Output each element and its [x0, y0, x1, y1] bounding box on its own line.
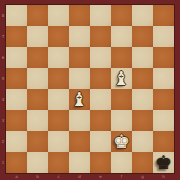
square-a7[interactable]	[6, 26, 27, 47]
square-e3[interactable]	[90, 110, 111, 131]
square-f4[interactable]	[111, 89, 132, 110]
square-b8[interactable]	[27, 5, 48, 26]
square-h1[interactable]: ♚	[153, 152, 174, 173]
square-f7[interactable]	[111, 26, 132, 47]
square-a4[interactable]	[6, 89, 27, 110]
square-d4[interactable]: ♝	[69, 89, 90, 110]
square-a2[interactable]	[6, 131, 27, 152]
chess-board: ♝♝♚♚	[6, 5, 174, 173]
square-h7[interactable]	[153, 26, 174, 47]
piece-white-bishop-d4[interactable]: ♝	[71, 89, 88, 110]
square-g5[interactable]	[132, 68, 153, 89]
square-g7[interactable]	[132, 26, 153, 47]
square-g8[interactable]	[132, 5, 153, 26]
square-h2[interactable]	[153, 131, 174, 152]
square-a1[interactable]	[6, 152, 27, 173]
square-b3[interactable]	[27, 110, 48, 131]
square-e6[interactable]	[90, 47, 111, 68]
piece-white-king-f2[interactable]: ♚	[113, 131, 130, 152]
square-g1[interactable]	[132, 152, 153, 173]
square-c1[interactable]	[48, 152, 69, 173]
square-d1[interactable]	[69, 152, 90, 173]
square-h5[interactable]	[153, 68, 174, 89]
square-d7[interactable]	[69, 26, 90, 47]
square-h4[interactable]	[153, 89, 174, 110]
file-label-g: g	[132, 173, 153, 180]
square-b4[interactable]	[27, 89, 48, 110]
square-b2[interactable]	[27, 131, 48, 152]
square-g4[interactable]	[132, 89, 153, 110]
square-a8[interactable]	[6, 5, 27, 26]
square-h3[interactable]	[153, 110, 174, 131]
square-c6[interactable]	[48, 47, 69, 68]
square-g6[interactable]	[132, 47, 153, 68]
square-f3[interactable]	[111, 110, 132, 131]
square-g2[interactable]	[132, 131, 153, 152]
square-d8[interactable]	[69, 5, 90, 26]
file-label-d: d	[69, 173, 90, 180]
square-a3[interactable]	[6, 110, 27, 131]
square-f5[interactable]: ♝	[111, 68, 132, 89]
square-f1[interactable]	[111, 152, 132, 173]
square-e7[interactable]	[90, 26, 111, 47]
square-h6[interactable]	[153, 47, 174, 68]
file-label-h: h	[153, 173, 174, 180]
file-label-a: a	[6, 173, 27, 180]
square-e1[interactable]	[90, 152, 111, 173]
chess-board-frame: 87654321 abcdefgh ♝♝♚♚	[0, 0, 180, 180]
square-f2[interactable]: ♚	[111, 131, 132, 152]
file-label-b: b	[27, 173, 48, 180]
square-h8[interactable]	[153, 5, 174, 26]
square-a6[interactable]	[6, 47, 27, 68]
square-g3[interactable]	[132, 110, 153, 131]
square-d6[interactable]	[69, 47, 90, 68]
square-c8[interactable]	[48, 5, 69, 26]
square-e8[interactable]	[90, 5, 111, 26]
square-e4[interactable]	[90, 89, 111, 110]
square-b1[interactable]	[27, 152, 48, 173]
piece-black-king-h1[interactable]: ♚	[155, 152, 172, 173]
file-label-f: f	[111, 173, 132, 180]
square-e2[interactable]	[90, 131, 111, 152]
square-b6[interactable]	[27, 47, 48, 68]
square-c3[interactable]	[48, 110, 69, 131]
square-c7[interactable]	[48, 26, 69, 47]
square-b7[interactable]	[27, 26, 48, 47]
square-f6[interactable]	[111, 47, 132, 68]
file-label-e: e	[90, 173, 111, 180]
square-d2[interactable]	[69, 131, 90, 152]
file-label-c: c	[48, 173, 69, 180]
square-d3[interactable]	[69, 110, 90, 131]
square-c4[interactable]	[48, 89, 69, 110]
file-labels: abcdefgh	[6, 173, 174, 180]
square-b5[interactable]	[27, 68, 48, 89]
square-c2[interactable]	[48, 131, 69, 152]
square-e5[interactable]	[90, 68, 111, 89]
square-c5[interactable]	[48, 68, 69, 89]
square-a5[interactable]	[6, 68, 27, 89]
square-d5[interactable]	[69, 68, 90, 89]
piece-white-bishop-f5[interactable]: ♝	[113, 68, 130, 89]
square-f8[interactable]	[111, 5, 132, 26]
